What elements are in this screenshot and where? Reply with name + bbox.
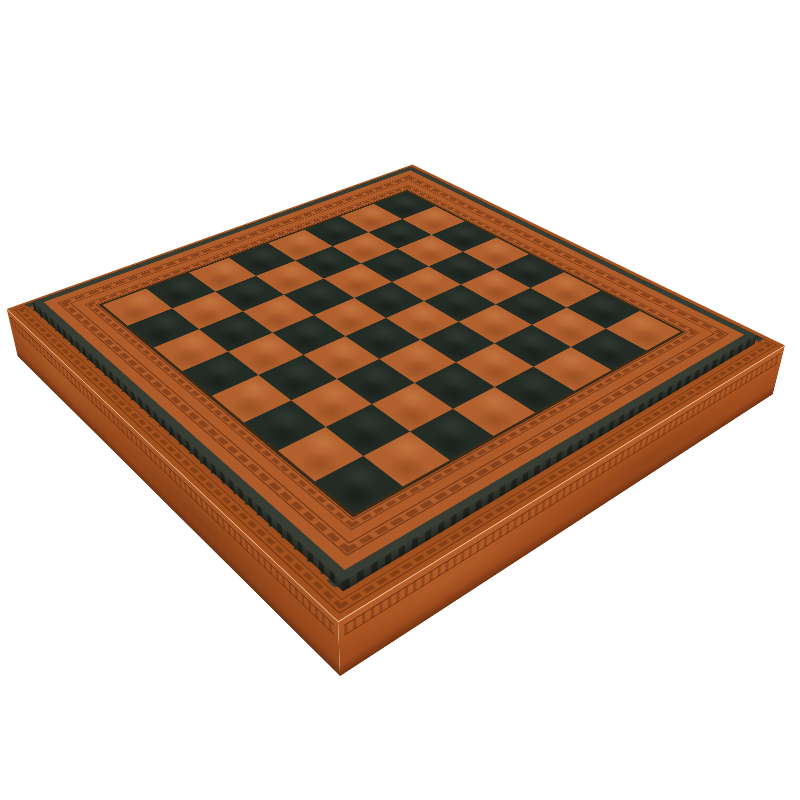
chess-board [32, 166, 756, 581]
product-photo-scene [0, 0, 800, 800]
